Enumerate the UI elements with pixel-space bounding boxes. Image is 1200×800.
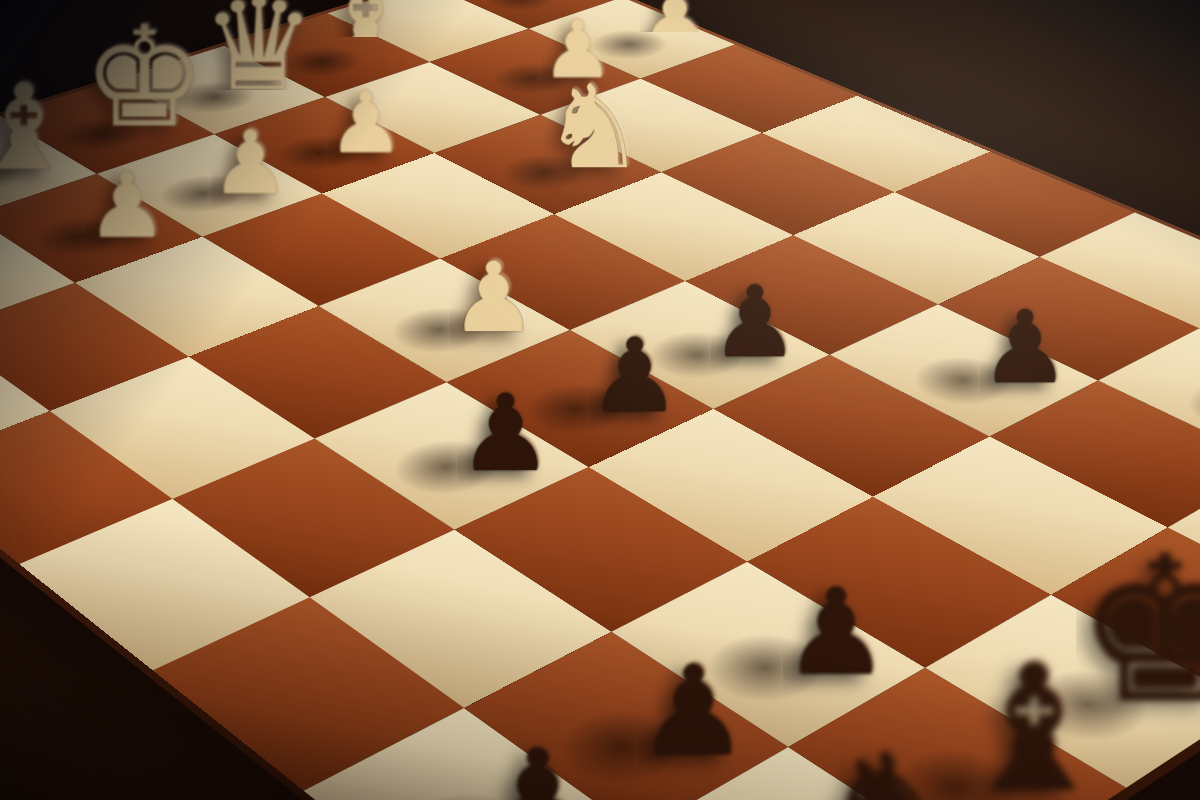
piece-white-knight[interactable]: ♞: [542, 70, 646, 186]
piece-black-pawn[interactable]: ♟: [637, 650, 749, 774]
piece-white-pawn[interactable]: ♟: [639, 0, 709, 55]
piece-black-pawn[interactable]: ♟: [479, 733, 596, 800]
piece-white-pawn[interactable]: ♟: [210, 119, 289, 207]
piece-white-queen[interactable]: ♛: [201, 0, 316, 109]
piece-white-pawn[interactable]: ♟: [327, 80, 404, 165]
piece-black-pawn[interactable]: ♟: [458, 381, 553, 487]
board-3d-stack: ♜♞♝♚♛♝♜♟♟♟♟♟♟♟♞♟♟♟♟♟♟♟♟♟♟♜♞♝♚♛♝♞♜: [0, 0, 1200, 800]
piece-black-bishop[interactable]: ♝: [955, 641, 1112, 800]
chess-scene: ♜♞♝♚♛♝♜♟♟♟♟♟♟♟♞♟♟♟♟♟♟♟♟♟♟♜♞♝♚♛♝♞♜: [0, 0, 1200, 800]
chess-board: ♜♞♝♚♛♝♜♟♟♟♟♟♟♟♞♟♟♟♟♟♟♟♟♟♟♜♞♝♚♛♝♞♜: [0, 0, 1200, 800]
piece-white-pawn[interactable]: ♟: [450, 249, 537, 346]
piece-black-pawn[interactable]: ♟: [710, 273, 798, 372]
piece-black-pawn[interactable]: ♟: [589, 325, 681, 427]
piece-white-bishop[interactable]: ♝: [316, 0, 414, 73]
piece-white-pawn[interactable]: ♟: [86, 160, 168, 251]
piece-white-king[interactable]: ♚: [82, 8, 206, 147]
piece-black-knight[interactable]: ♞: [811, 731, 970, 800]
piece-black-pawn[interactable]: ♟: [980, 298, 1070, 398]
piece-white-pawn[interactable]: ♟: [0, 204, 38, 298]
piece-white-bishop[interactable]: ♝: [0, 67, 77, 186]
piece-black-pawn[interactable]: ♟: [782, 573, 889, 692]
